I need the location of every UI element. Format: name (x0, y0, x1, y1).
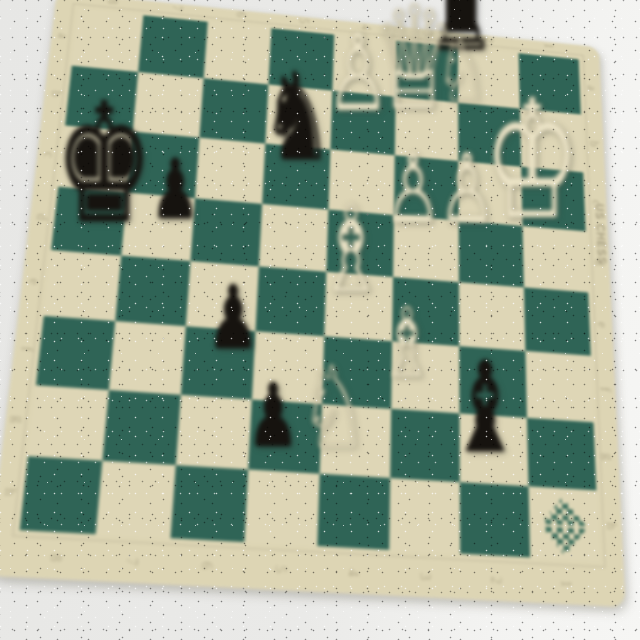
piece-black-pawn-c7[interactable]: ♟ (150, 158, 199, 222)
piece-black-knight-c5[interactable]: ♞ (261, 70, 333, 164)
piece-black-pawn-e6[interactable]: ♟ (207, 284, 259, 352)
piece-black-king-c8[interactable]: ♚ (55, 100, 153, 228)
piece-white-knight-g4[interactable]: ♘ (300, 364, 367, 452)
piece-white-king-c1[interactable]: ♔ (483, 98, 580, 224)
piece-black-bishop-g2[interactable]: ♝ (448, 360, 522, 456)
piece-white-pawn-c2[interactable]: ♙ (439, 152, 496, 226)
piece-white-pawn-c3[interactable]: ♙ (385, 152, 442, 226)
piece-white-bishop-d4[interactable]: ♗ (315, 204, 386, 296)
piece-white-pawn-b4[interactable]: ♙ (326, 32, 389, 114)
piece-black-pawn-g5[interactable]: ♟ (247, 382, 299, 450)
pieces-layer: ♜♘♕♙♞♟♔♙♙♚♗♟♗♟♘♝ (0, 0, 640, 640)
piece-white-bishop-f3[interactable]: ♗ (379, 306, 436, 380)
